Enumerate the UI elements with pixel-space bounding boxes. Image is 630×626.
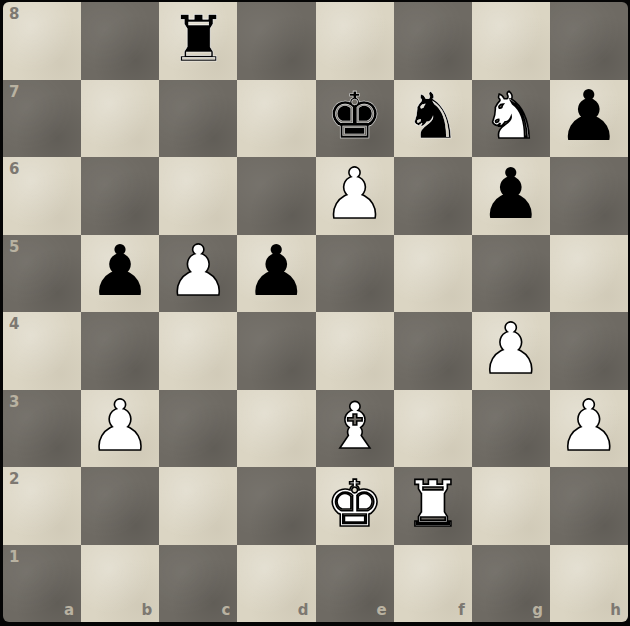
square-g6[interactable]: ♟ — [472, 157, 550, 235]
square-e6[interactable]: ♟ — [316, 157, 394, 235]
square-a6[interactable]: 6 — [3, 157, 81, 235]
black-king[interactable]: ♚ — [326, 84, 383, 148]
square-d2[interactable] — [237, 467, 315, 545]
white-rook[interactable]: ♜ — [404, 472, 461, 536]
square-g5[interactable] — [472, 235, 550, 313]
square-c4[interactable] — [159, 312, 237, 390]
white-pawn[interactable]: ♟ — [479, 314, 542, 384]
black-knight[interactable]: ♞ — [404, 84, 461, 148]
black-pawn[interactable]: ♟ — [558, 81, 621, 151]
square-a4[interactable]: 4 — [3, 312, 81, 390]
square-c3[interactable] — [159, 390, 237, 468]
rank-label-7: 7 — [9, 83, 19, 101]
square-e7[interactable]: ♚ — [316, 80, 394, 158]
square-b1[interactable]: b — [81, 545, 159, 623]
square-b7[interactable] — [81, 80, 159, 158]
square-e3[interactable]: ♝ — [316, 390, 394, 468]
white-king[interactable]: ♚ — [326, 472, 383, 536]
square-g3[interactable] — [472, 390, 550, 468]
white-bishop[interactable]: ♝ — [326, 394, 383, 458]
square-b3[interactable]: ♟ — [81, 390, 159, 468]
square-d3[interactable] — [237, 390, 315, 468]
square-h1[interactable]: h — [550, 545, 628, 623]
square-d4[interactable] — [237, 312, 315, 390]
square-e5[interactable] — [316, 235, 394, 313]
square-f5[interactable] — [394, 235, 472, 313]
square-h8[interactable] — [550, 2, 628, 80]
square-d6[interactable] — [237, 157, 315, 235]
square-b2[interactable] — [81, 467, 159, 545]
square-a3[interactable]: 3 — [3, 390, 81, 468]
square-f7[interactable]: ♞ — [394, 80, 472, 158]
white-pawn[interactable]: ♟ — [323, 159, 386, 229]
square-d1[interactable]: d — [237, 545, 315, 623]
square-f4[interactable] — [394, 312, 472, 390]
square-g2[interactable] — [472, 467, 550, 545]
square-b5[interactable]: ♟ — [81, 235, 159, 313]
rank-label-1: 1 — [9, 548, 19, 566]
square-e4[interactable] — [316, 312, 394, 390]
rank-label-3: 3 — [9, 393, 19, 411]
black-rook[interactable]: ♜ — [170, 7, 227, 71]
square-c8[interactable]: ♜ — [159, 2, 237, 80]
square-f8[interactable] — [394, 2, 472, 80]
square-b8[interactable] — [81, 2, 159, 80]
rank-label-6: 6 — [9, 160, 19, 178]
square-b4[interactable] — [81, 312, 159, 390]
black-pawn[interactable]: ♟ — [89, 236, 152, 306]
square-f3[interactable] — [394, 390, 472, 468]
file-label-h: h — [610, 601, 621, 619]
square-d8[interactable] — [237, 2, 315, 80]
square-a8[interactable]: 8 — [3, 2, 81, 80]
square-h5[interactable] — [550, 235, 628, 313]
square-h6[interactable] — [550, 157, 628, 235]
square-h2[interactable] — [550, 467, 628, 545]
file-label-g: g — [532, 601, 543, 619]
square-h3[interactable]: ♟ — [550, 390, 628, 468]
square-c1[interactable]: c — [159, 545, 237, 623]
rank-label-2: 2 — [9, 470, 19, 488]
black-pawn[interactable]: ♟ — [245, 236, 308, 306]
file-label-b: b — [142, 601, 153, 619]
square-e8[interactable] — [316, 2, 394, 80]
square-g7[interactable]: ♞ — [472, 80, 550, 158]
rank-label-5: 5 — [9, 238, 19, 256]
rank-label-4: 4 — [9, 315, 19, 333]
square-f2[interactable]: ♜ — [394, 467, 472, 545]
square-b6[interactable] — [81, 157, 159, 235]
square-f6[interactable] — [394, 157, 472, 235]
square-e2[interactable]: ♚ — [316, 467, 394, 545]
rank-label-8: 8 — [9, 5, 19, 23]
white-pawn[interactable]: ♟ — [167, 236, 230, 306]
square-c6[interactable] — [159, 157, 237, 235]
square-f1[interactable]: f — [394, 545, 472, 623]
square-h7[interactable]: ♟ — [550, 80, 628, 158]
white-pawn[interactable]: ♟ — [89, 391, 152, 461]
square-c7[interactable] — [159, 80, 237, 158]
white-knight[interactable]: ♞ — [482, 84, 539, 148]
square-g1[interactable]: g — [472, 545, 550, 623]
black-pawn[interactable]: ♟ — [479, 159, 542, 229]
square-e1[interactable]: e — [316, 545, 394, 623]
square-c5[interactable]: ♟ — [159, 235, 237, 313]
file-label-c: c — [221, 601, 230, 619]
square-g4[interactable]: ♟ — [472, 312, 550, 390]
square-d5[interactable]: ♟ — [237, 235, 315, 313]
square-a1[interactable]: 1a — [3, 545, 81, 623]
file-label-a: a — [64, 601, 74, 619]
square-g8[interactable] — [472, 2, 550, 80]
file-label-f: f — [458, 601, 465, 619]
file-label-e: e — [376, 601, 386, 619]
square-a5[interactable]: 5 — [3, 235, 81, 313]
square-d7[interactable] — [237, 80, 315, 158]
square-a7[interactable]: 7 — [3, 80, 81, 158]
white-pawn[interactable]: ♟ — [558, 391, 621, 461]
square-c2[interactable] — [159, 467, 237, 545]
square-a2[interactable]: 2 — [3, 467, 81, 545]
chess-board: 8♜7♚♞♞♟6♟♟5♟♟♟4♟3♟♝♟2♚♜1abcdefgh — [3, 2, 628, 622]
file-label-d: d — [298, 601, 309, 619]
square-h4[interactable] — [550, 312, 628, 390]
